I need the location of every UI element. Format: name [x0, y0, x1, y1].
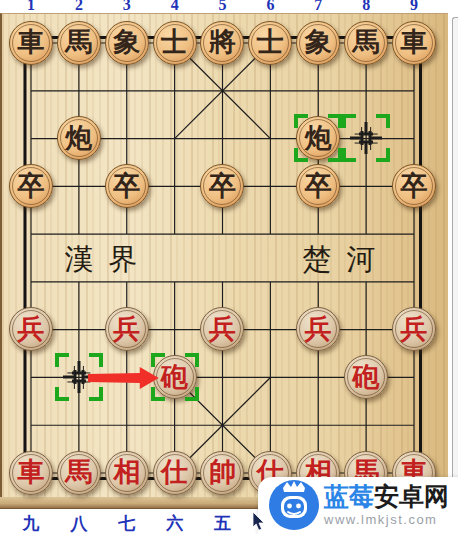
board-point-5-7[interactable]: 兵 — [199, 306, 247, 354]
piece-rP[interactable]: 兵 — [392, 307, 436, 351]
board-point-6-1[interactable]: 士 — [246, 19, 294, 67]
piece-bB[interactable]: 象 — [105, 21, 149, 65]
board-point-2-7[interactable] — [55, 306, 103, 354]
file-label-bottom: 八 — [66, 512, 92, 534]
board-point-1-2[interactable] — [7, 67, 55, 115]
board-point-1-4[interactable]: 卒 — [7, 162, 55, 210]
board-point-6-6[interactable] — [246, 258, 294, 306]
board-point-8-7[interactable] — [342, 306, 390, 354]
board-point-1-3[interactable] — [7, 115, 55, 163]
board-point-9-8[interactable] — [390, 353, 438, 401]
board-point-4-10[interactable]: 仕 — [151, 449, 199, 497]
board-point-6-3[interactable] — [246, 115, 294, 163]
board-point-6-2[interactable] — [246, 67, 294, 115]
board-point-8-3[interactable] — [342, 115, 390, 163]
piece-bP[interactable]: 卒 — [296, 164, 340, 208]
watermark-url: www.lmkjst.com — [324, 512, 458, 527]
piece-bP[interactable]: 卒 — [200, 164, 244, 208]
file-label-top: 6 — [258, 0, 282, 13]
watermark-brand-blue: 蓝莓 — [324, 482, 374, 510]
board-point-1-5[interactable] — [7, 210, 55, 258]
file-label-bottom: 五 — [210, 512, 236, 534]
board-point-9-3[interactable] — [390, 115, 438, 163]
board-point-1-7[interactable]: 兵 — [7, 306, 55, 354]
board-point-7-2[interactable] — [294, 67, 342, 115]
piece-rA[interactable]: 仕 — [153, 451, 197, 495]
piece-rN[interactable]: 馬 — [57, 451, 101, 495]
file-label-top: 2 — [67, 0, 91, 13]
board-point-9-5[interactable] — [390, 210, 438, 258]
board-point-5-9[interactable] — [199, 401, 247, 449]
board-point-4-2[interactable] — [151, 67, 199, 115]
watermark-text: 蓝莓安卓网 www.lmkjst.com — [324, 483, 458, 527]
board-point-9-1[interactable]: 車 — [390, 19, 438, 67]
board-point-2-10[interactable]: 馬 — [55, 449, 103, 497]
board-point-1-1[interactable]: 車 — [7, 19, 55, 67]
xiangqi-app-screenshot: 漢界 楚河 車馬象士將士象馬車炮炮卒卒卒卒卒兵兵兵兵兵砲砲車馬相仕帥仕相馬車 1… — [0, 0, 458, 534]
piece-bK[interactable]: 將 — [200, 21, 244, 65]
board-point-7-4[interactable]: 卒 — [294, 162, 342, 210]
board-point-1-10[interactable]: 車 — [7, 449, 55, 497]
board-point-2-6[interactable] — [55, 258, 103, 306]
board-point-4-3[interactable] — [151, 115, 199, 163]
board-point-4-6[interactable] — [151, 258, 199, 306]
board-point-2-2[interactable] — [55, 67, 103, 115]
piece-bP[interactable]: 卒 — [9, 164, 53, 208]
board-point-7-9[interactable] — [294, 401, 342, 449]
board-grid: 車馬象士將士象馬車炮炮卒卒卒卒卒兵兵兵兵兵砲砲車馬相仕帥仕相馬車 — [7, 19, 438, 497]
piece-rB[interactable]: 相 — [105, 451, 149, 495]
board-point-2-9[interactable] — [55, 401, 103, 449]
board-point-5-1[interactable]: 將 — [199, 19, 247, 67]
piece-bR[interactable]: 車 — [9, 21, 53, 65]
piece-bN[interactable]: 馬 — [57, 21, 101, 65]
board-point-6-4[interactable] — [246, 162, 294, 210]
file-label-bottom: 九 — [18, 512, 44, 534]
board-point-4-5[interactable] — [151, 210, 199, 258]
file-label-top: 5 — [211, 0, 235, 13]
board-point-3-10[interactable]: 相 — [103, 449, 151, 497]
board-point-1-6[interactable] — [7, 258, 55, 306]
file-label-top: 1 — [19, 0, 43, 13]
file-label-top: 7 — [306, 0, 330, 13]
watermark-brand-dark: 安卓网 — [374, 482, 449, 510]
top-file-coordinates: 123456789 — [0, 0, 458, 13]
board-point-6-8[interactable] — [246, 353, 294, 401]
watermark-badge: 蓝莓安卓网 www.lmkjst.com — [258, 477, 458, 534]
file-label-bottom: 七 — [114, 512, 140, 534]
piece-rK[interactable]: 帥 — [200, 451, 244, 495]
board-point-3-5[interactable] — [103, 210, 151, 258]
piece-bN[interactable]: 馬 — [344, 21, 388, 65]
piece-bC[interactable]: 炮 — [296, 116, 340, 160]
board-point-8-1[interactable]: 馬 — [342, 19, 390, 67]
board-point-3-9[interactable] — [103, 401, 151, 449]
board-point-8-2[interactable] — [342, 67, 390, 115]
mouse-pointer-icon — [252, 512, 266, 531]
board-point-8-6[interactable] — [342, 258, 390, 306]
board-point-8-5[interactable] — [342, 210, 390, 258]
board-point-2-5[interactable] — [55, 210, 103, 258]
board-point-2-4[interactable] — [55, 162, 103, 210]
board-point-9-7[interactable]: 兵 — [390, 306, 438, 354]
board-point-7-1[interactable]: 象 — [294, 19, 342, 67]
piece-bA[interactable]: 士 — [153, 21, 197, 65]
file-label-top: 8 — [354, 0, 378, 13]
board-point-3-3[interactable] — [103, 115, 151, 163]
board-point-5-10[interactable]: 帥 — [199, 449, 247, 497]
piece-bC[interactable]: 炮 — [57, 116, 101, 160]
board-point-2-1[interactable]: 馬 — [55, 19, 103, 67]
board-point-5-8[interactable] — [199, 353, 247, 401]
board-point-7-6[interactable] — [294, 258, 342, 306]
board-point-9-2[interactable] — [390, 67, 438, 115]
piece-rP[interactable]: 兵 — [9, 307, 53, 351]
board-point-4-7[interactable] — [151, 306, 199, 354]
board-point-4-9[interactable] — [151, 401, 199, 449]
board-point-6-5[interactable] — [246, 210, 294, 258]
piece-bA[interactable]: 士 — [248, 21, 292, 65]
board-point-7-8[interactable] — [294, 353, 342, 401]
piece-rP[interactable]: 兵 — [105, 307, 149, 351]
piece-rP[interactable]: 兵 — [200, 307, 244, 351]
board-point-7-3[interactable]: 炮 — [294, 115, 342, 163]
board-point-8-4[interactable] — [342, 162, 390, 210]
file-label-top: 3 — [115, 0, 139, 13]
piece-rR[interactable]: 車 — [9, 451, 53, 495]
board-point-7-5[interactable] — [294, 210, 342, 258]
piece-bP[interactable]: 卒 — [392, 164, 436, 208]
board-point-6-9[interactable] — [246, 401, 294, 449]
board-point-9-6[interactable] — [390, 258, 438, 306]
board-point-8-9[interactable] — [342, 401, 390, 449]
board-point-5-4[interactable]: 卒 — [199, 162, 247, 210]
board-point-1-8[interactable] — [7, 353, 55, 401]
board-point-1-9[interactable] — [7, 401, 55, 449]
piece-rP[interactable]: 兵 — [296, 307, 340, 351]
board-point-9-4[interactable]: 卒 — [390, 162, 438, 210]
board-point-5-2[interactable] — [199, 67, 247, 115]
board-point-5-6[interactable] — [199, 258, 247, 306]
board-point-7-7[interactable]: 兵 — [294, 306, 342, 354]
board-point-3-2[interactable] — [103, 67, 151, 115]
board-point-2-3[interactable]: 炮 — [55, 115, 103, 163]
file-label-top: 9 — [402, 0, 426, 13]
piece-rC[interactable]: 砲 — [344, 355, 388, 399]
board-point-3-4[interactable]: 卒 — [103, 162, 151, 210]
watermark-android-logo-icon — [268, 479, 320, 531]
piece-bB[interactable]: 象 — [296, 21, 340, 65]
board-point-3-6[interactable] — [103, 258, 151, 306]
board-point-3-7[interactable]: 兵 — [103, 306, 151, 354]
board-point-6-7[interactable] — [246, 306, 294, 354]
file-label-bottom: 六 — [162, 512, 188, 534]
board-point-3-1[interactable]: 象 — [103, 19, 151, 67]
move-annotation-arrow — [88, 365, 160, 391]
piece-bP[interactable]: 卒 — [105, 164, 149, 208]
board-point-5-3[interactable] — [199, 115, 247, 163]
file-label-top: 4 — [163, 0, 187, 13]
crosshair-cursor-icon — [349, 121, 383, 155]
board-point-9-9[interactable] — [390, 401, 438, 449]
board-point-5-5[interactable] — [199, 210, 247, 258]
board-point-4-1[interactable]: 士 — [151, 19, 199, 67]
watermark-brand: 蓝莓安卓网 — [324, 483, 458, 509]
board-point-4-4[interactable] — [151, 162, 199, 210]
piece-bR[interactable]: 車 — [392, 21, 436, 65]
board-point-8-8[interactable]: 砲 — [342, 353, 390, 401]
